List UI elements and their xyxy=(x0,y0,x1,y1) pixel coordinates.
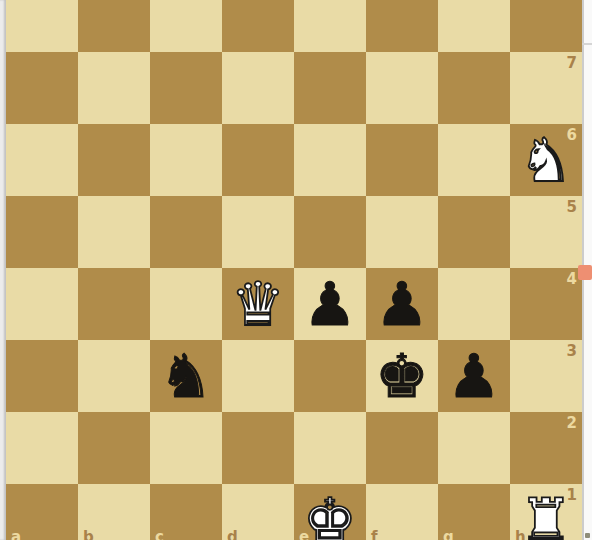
square-c5[interactable] xyxy=(150,196,222,268)
square-f6[interactable] xyxy=(366,124,438,196)
square-e6[interactable] xyxy=(294,124,366,196)
white-king[interactable]: ♚ xyxy=(294,484,366,540)
square-a2[interactable] xyxy=(6,412,78,484)
square-e1[interactable]: e♚ xyxy=(294,484,366,540)
square-d7[interactable] xyxy=(222,52,294,124)
black-knight[interactable]: ♞ xyxy=(150,340,222,412)
square-a1[interactable]: a xyxy=(6,484,78,540)
square-c7[interactable] xyxy=(150,52,222,124)
square-g4[interactable] xyxy=(438,268,510,340)
square-a5[interactable] xyxy=(6,196,78,268)
square-b6[interactable] xyxy=(78,124,150,196)
rank-label-3: 3 xyxy=(567,344,577,359)
square-h5[interactable]: 5 xyxy=(510,196,582,268)
square-d6[interactable] xyxy=(222,124,294,196)
square-g6[interactable] xyxy=(438,124,510,196)
square-b3[interactable] xyxy=(78,340,150,412)
square-g8[interactable] xyxy=(438,0,510,52)
square-f2[interactable] xyxy=(366,412,438,484)
square-c1[interactable]: c xyxy=(150,484,222,540)
square-f4[interactable]: ♟ xyxy=(366,268,438,340)
page: 876♞5♛♟♟4♞♚♟32abcde♚fg1h♜ xyxy=(0,0,592,540)
black-pawn[interactable]: ♟ xyxy=(438,340,510,412)
square-f3[interactable]: ♚ xyxy=(366,340,438,412)
rank-label-4: 4 xyxy=(567,272,577,287)
square-b7[interactable] xyxy=(78,52,150,124)
square-f5[interactable] xyxy=(366,196,438,268)
black-king[interactable]: ♚ xyxy=(366,340,438,412)
rank-label-2: 2 xyxy=(567,416,577,431)
square-c8[interactable] xyxy=(150,0,222,52)
square-h1[interactable]: 1h♜ xyxy=(510,484,582,540)
page-divider-line xyxy=(582,43,592,45)
square-h4[interactable]: 4 xyxy=(510,268,582,340)
file-label-a: a xyxy=(11,530,21,540)
square-a6[interactable] xyxy=(6,124,78,196)
square-g7[interactable] xyxy=(438,52,510,124)
rank-label-5: 5 xyxy=(567,200,577,215)
square-a3[interactable] xyxy=(6,340,78,412)
white-knight[interactable]: ♞ xyxy=(510,124,582,196)
corner-glyph-fragment xyxy=(585,533,590,538)
file-label-f: f xyxy=(371,530,378,540)
file-label-b: b xyxy=(83,530,94,540)
square-b2[interactable] xyxy=(78,412,150,484)
file-label-g: g xyxy=(443,530,454,540)
square-d2[interactable] xyxy=(222,412,294,484)
square-e2[interactable] xyxy=(294,412,366,484)
square-e8[interactable] xyxy=(294,0,366,52)
square-c2[interactable] xyxy=(150,412,222,484)
square-a4[interactable] xyxy=(6,268,78,340)
square-d8[interactable] xyxy=(222,0,294,52)
chess-board: 876♞5♛♟♟4♞♚♟32abcde♚fg1h♜ xyxy=(6,0,582,540)
square-d5[interactable] xyxy=(222,196,294,268)
square-e5[interactable] xyxy=(294,196,366,268)
square-f8[interactable] xyxy=(366,0,438,52)
square-g1[interactable]: g xyxy=(438,484,510,540)
black-pawn[interactable]: ♟ xyxy=(294,268,366,340)
white-queen[interactable]: ♛ xyxy=(222,268,294,340)
file-label-d: d xyxy=(227,530,238,540)
square-d4[interactable]: ♛ xyxy=(222,268,294,340)
square-d1[interactable]: d xyxy=(222,484,294,540)
rank-label-7: 7 xyxy=(567,56,577,71)
white-rook[interactable]: ♜ xyxy=(510,484,582,540)
square-h6[interactable]: 6♞ xyxy=(510,124,582,196)
black-pawn[interactable]: ♟ xyxy=(366,268,438,340)
square-g5[interactable] xyxy=(438,196,510,268)
square-b8[interactable] xyxy=(78,0,150,52)
square-c4[interactable] xyxy=(150,268,222,340)
square-b1[interactable]: b xyxy=(78,484,150,540)
page-gutter-left xyxy=(0,0,6,540)
square-a7[interactable] xyxy=(6,52,78,124)
square-c6[interactable] xyxy=(150,124,222,196)
square-h3[interactable]: 3 xyxy=(510,340,582,412)
square-h2[interactable]: 2 xyxy=(510,412,582,484)
square-g2[interactable] xyxy=(438,412,510,484)
square-e3[interactable] xyxy=(294,340,366,412)
square-h7[interactable]: 7 xyxy=(510,52,582,124)
square-h8[interactable]: 8 xyxy=(510,0,582,52)
square-b4[interactable] xyxy=(78,268,150,340)
square-e7[interactable] xyxy=(294,52,366,124)
file-label-c: c xyxy=(155,530,164,540)
square-b5[interactable] xyxy=(78,196,150,268)
square-f7[interactable] xyxy=(366,52,438,124)
square-f1[interactable]: f xyxy=(366,484,438,540)
orange-scroll-marker[interactable] xyxy=(578,265,592,280)
square-d3[interactable] xyxy=(222,340,294,412)
square-a8[interactable] xyxy=(6,0,78,52)
square-c3[interactable]: ♞ xyxy=(150,340,222,412)
square-g3[interactable]: ♟ xyxy=(438,340,510,412)
square-e4[interactable]: ♟ xyxy=(294,268,366,340)
